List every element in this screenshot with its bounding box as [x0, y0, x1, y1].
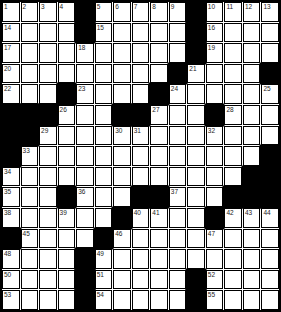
- clue-number: 51: [97, 271, 104, 279]
- white-square[interactable]: [39, 290, 57, 310]
- white-square[interactable]: [187, 187, 205, 207]
- white-square[interactable]: [187, 229, 205, 249]
- black-square: [2, 146, 20, 166]
- white-square[interactable]: [21, 249, 39, 269]
- white-square[interactable]: [39, 229, 57, 249]
- clue-number: 48: [4, 250, 11, 258]
- white-square[interactable]: [243, 229, 261, 249]
- white-square[interactable]: 34: [2, 167, 20, 187]
- clue-number: 24: [171, 85, 178, 93]
- clue-number: 16: [208, 24, 215, 32]
- white-square[interactable]: 19: [206, 43, 224, 63]
- white-square[interactable]: [132, 167, 150, 187]
- white-square[interactable]: [187, 249, 205, 269]
- white-square[interactable]: 23: [76, 84, 94, 104]
- white-square[interactable]: 9: [169, 2, 187, 22]
- white-square[interactable]: 15: [95, 23, 113, 43]
- clue-number: 49: [97, 250, 104, 258]
- clue-number: 19: [208, 44, 215, 52]
- white-square[interactable]: 22: [2, 84, 20, 104]
- white-square[interactable]: [224, 290, 242, 310]
- black-square: [261, 187, 279, 207]
- white-square[interactable]: [39, 270, 57, 290]
- white-square[interactable]: [206, 249, 224, 269]
- white-square[interactable]: [132, 249, 150, 269]
- white-square[interactable]: [132, 43, 150, 63]
- white-square[interactable]: [95, 84, 113, 104]
- white-square[interactable]: [261, 23, 279, 43]
- white-square[interactable]: [76, 208, 94, 228]
- clue-number: 23: [78, 85, 85, 93]
- black-square: [95, 229, 113, 249]
- clue-number: 8: [152, 3, 156, 11]
- white-square[interactable]: [206, 84, 224, 104]
- white-square[interactable]: [224, 249, 242, 269]
- white-square[interactable]: 31: [132, 126, 150, 146]
- clue-number: 31: [134, 127, 141, 135]
- white-square[interactable]: 25: [261, 84, 279, 104]
- white-square[interactable]: [132, 146, 150, 166]
- white-square[interactable]: [76, 229, 94, 249]
- clue-number: 27: [152, 106, 159, 114]
- white-square[interactable]: 20: [2, 64, 20, 84]
- clue-number: 35: [4, 188, 11, 196]
- white-square[interactable]: [58, 23, 76, 43]
- white-square[interactable]: [39, 64, 57, 84]
- white-square[interactable]: 32: [206, 126, 224, 146]
- white-square[interactable]: [95, 43, 113, 63]
- white-square[interactable]: 43: [243, 208, 261, 228]
- white-square[interactable]: 16: [206, 23, 224, 43]
- clue-number: 53: [4, 291, 11, 299]
- white-square[interactable]: [95, 126, 113, 146]
- white-square[interactable]: 11: [224, 2, 242, 22]
- white-square[interactable]: 30: [113, 126, 131, 146]
- white-square[interactable]: [76, 126, 94, 146]
- clue-number: 17: [4, 44, 11, 52]
- black-square: [76, 23, 94, 43]
- clue-number: 32: [208, 127, 215, 135]
- clue-number: 21: [189, 65, 196, 73]
- black-square: [261, 167, 279, 187]
- white-square[interactable]: [150, 43, 168, 63]
- clue-number: 38: [4, 209, 11, 217]
- black-square: [113, 105, 131, 125]
- white-square[interactable]: 21: [187, 64, 205, 84]
- clue-number: 34: [4, 168, 11, 176]
- white-square[interactable]: [113, 43, 131, 63]
- white-square[interactable]: [206, 64, 224, 84]
- white-square[interactable]: [169, 167, 187, 187]
- white-square[interactable]: [243, 249, 261, 269]
- black-square: [187, 43, 205, 63]
- black-square: [58, 84, 76, 104]
- white-square[interactable]: 52: [206, 270, 224, 290]
- clue-number: 18: [78, 44, 85, 52]
- white-square[interactable]: 4: [58, 2, 76, 22]
- black-square: [261, 146, 279, 166]
- clue-number: 46: [115, 230, 122, 238]
- white-square[interactable]: 17: [2, 43, 20, 63]
- white-square[interactable]: [224, 84, 242, 104]
- white-square[interactable]: [150, 64, 168, 84]
- white-square[interactable]: [39, 167, 57, 187]
- clue-number: 45: [23, 230, 30, 238]
- white-square[interactable]: 44: [261, 208, 279, 228]
- white-square[interactable]: [243, 43, 261, 63]
- black-square: [2, 105, 20, 125]
- black-square: [58, 187, 76, 207]
- black-square: [187, 270, 205, 290]
- white-square[interactable]: [132, 290, 150, 310]
- white-square[interactable]: [95, 105, 113, 125]
- black-square: [132, 187, 150, 207]
- white-square[interactable]: [243, 23, 261, 43]
- white-square[interactable]: [58, 126, 76, 146]
- black-square: [21, 126, 39, 146]
- white-square[interactable]: 37: [169, 187, 187, 207]
- clue-number: 11: [226, 3, 233, 11]
- white-square[interactable]: [113, 64, 131, 84]
- clue-number: 6: [115, 3, 119, 11]
- black-square: [113, 208, 131, 228]
- white-square[interactable]: [224, 64, 242, 84]
- white-square[interactable]: 1: [2, 2, 20, 22]
- white-square[interactable]: [132, 229, 150, 249]
- black-square: [76, 2, 94, 22]
- white-square[interactable]: 26: [58, 105, 76, 125]
- white-square[interactable]: [206, 167, 224, 187]
- white-square[interactable]: [39, 249, 57, 269]
- white-square[interactable]: [113, 249, 131, 269]
- white-square[interactable]: [150, 146, 168, 166]
- white-square[interactable]: 6: [113, 2, 131, 22]
- white-square[interactable]: [261, 229, 279, 249]
- black-square: [206, 105, 224, 125]
- black-square: [2, 126, 20, 146]
- black-square: [21, 105, 39, 125]
- clue-number: 5: [97, 3, 101, 11]
- white-square[interactable]: [169, 105, 187, 125]
- white-square[interactable]: [132, 23, 150, 43]
- white-square[interactable]: [21, 270, 39, 290]
- white-square[interactable]: [150, 290, 168, 310]
- black-square: [243, 167, 261, 187]
- white-square[interactable]: [58, 270, 76, 290]
- white-square[interactable]: 45: [21, 229, 39, 249]
- clue-number: 7: [134, 3, 138, 11]
- white-square[interactable]: [113, 23, 131, 43]
- clue-number: 47: [208, 230, 215, 238]
- black-square: [150, 84, 168, 104]
- white-square[interactable]: 41: [150, 208, 168, 228]
- clue-number: 37: [171, 188, 178, 196]
- white-square[interactable]: [169, 208, 187, 228]
- black-square: [224, 187, 242, 207]
- black-square: [187, 23, 205, 43]
- clue-number: 22: [4, 85, 11, 93]
- black-square: [150, 187, 168, 207]
- white-square[interactable]: [150, 229, 168, 249]
- white-square[interactable]: 50: [2, 270, 20, 290]
- clue-number: 33: [23, 147, 30, 155]
- white-square[interactable]: [243, 64, 261, 84]
- clue-number: 50: [4, 271, 11, 279]
- clue-number: 55: [208, 291, 215, 299]
- white-square[interactable]: [169, 249, 187, 269]
- white-square[interactable]: [150, 167, 168, 187]
- clue-number: 4: [60, 3, 64, 11]
- white-square[interactable]: [224, 167, 242, 187]
- white-square[interactable]: [224, 126, 242, 146]
- white-square[interactable]: [21, 23, 39, 43]
- white-square[interactable]: [243, 105, 261, 125]
- white-square[interactable]: [261, 43, 279, 63]
- clue-number: 29: [41, 127, 48, 135]
- white-square[interactable]: [113, 270, 131, 290]
- clue-number: 52: [208, 271, 215, 279]
- white-square[interactable]: [150, 270, 168, 290]
- white-square[interactable]: [224, 270, 242, 290]
- white-square[interactable]: [169, 270, 187, 290]
- white-square[interactable]: 40: [132, 208, 150, 228]
- white-square[interactable]: [150, 23, 168, 43]
- black-square: [187, 290, 205, 310]
- white-square[interactable]: [132, 64, 150, 84]
- clue-number: 15: [97, 24, 104, 32]
- clue-number: 40: [134, 209, 141, 217]
- clue-number: 20: [4, 65, 11, 73]
- white-square[interactable]: 35: [2, 187, 20, 207]
- clue-number: 44: [263, 209, 270, 217]
- white-square[interactable]: 18: [76, 43, 94, 63]
- white-square[interactable]: [21, 43, 39, 63]
- clue-number: 12: [245, 3, 252, 11]
- white-square[interactable]: [113, 187, 131, 207]
- clue-number: 41: [152, 209, 159, 217]
- white-square[interactable]: 47: [206, 229, 224, 249]
- white-square[interactable]: [95, 208, 113, 228]
- white-square[interactable]: 29: [39, 126, 57, 146]
- white-square[interactable]: 28: [224, 105, 242, 125]
- white-square[interactable]: 49: [95, 249, 113, 269]
- white-square[interactable]: [150, 126, 168, 146]
- white-square[interactable]: [169, 23, 187, 43]
- white-square[interactable]: [76, 146, 94, 166]
- white-square[interactable]: [39, 187, 57, 207]
- white-square[interactable]: [187, 126, 205, 146]
- white-square[interactable]: 48: [2, 249, 20, 269]
- white-square[interactable]: [58, 64, 76, 84]
- white-square[interactable]: [243, 84, 261, 104]
- white-square[interactable]: [187, 208, 205, 228]
- white-square[interactable]: [187, 105, 205, 125]
- white-square[interactable]: 55: [206, 290, 224, 310]
- clue-number: 2: [23, 3, 27, 11]
- white-square[interactable]: [39, 23, 57, 43]
- white-square[interactable]: 13: [261, 2, 279, 22]
- white-square[interactable]: [169, 290, 187, 310]
- white-square[interactable]: [95, 167, 113, 187]
- white-square[interactable]: [224, 43, 242, 63]
- black-square: [132, 105, 150, 125]
- white-square[interactable]: [169, 43, 187, 63]
- white-square[interactable]: [206, 146, 224, 166]
- white-square[interactable]: [113, 146, 131, 166]
- white-square[interactable]: 46: [113, 229, 131, 249]
- white-square[interactable]: [58, 146, 76, 166]
- white-square[interactable]: [132, 270, 150, 290]
- black-square: [261, 64, 279, 84]
- white-square[interactable]: 27: [150, 105, 168, 125]
- white-square[interactable]: 36: [76, 187, 94, 207]
- black-square: [76, 249, 94, 269]
- white-square[interactable]: [169, 229, 187, 249]
- white-square[interactable]: 53: [2, 290, 20, 310]
- white-square[interactable]: [21, 64, 39, 84]
- white-square[interactable]: [76, 105, 94, 125]
- clue-number: 28: [226, 106, 233, 114]
- white-square[interactable]: [58, 290, 76, 310]
- white-square[interactable]: [261, 249, 279, 269]
- white-square[interactable]: [39, 84, 57, 104]
- white-square[interactable]: 33: [21, 146, 39, 166]
- white-square[interactable]: 7: [132, 2, 150, 22]
- white-square[interactable]: [243, 146, 261, 166]
- clue-number: 42: [226, 209, 233, 217]
- white-square[interactable]: 10: [206, 2, 224, 22]
- white-square[interactable]: 3: [39, 2, 57, 22]
- white-square[interactable]: [206, 187, 224, 207]
- white-square[interactable]: 5: [95, 2, 113, 22]
- crossword-grid: 1234567891011121314151617181920212223242…: [0, 0, 281, 312]
- white-square[interactable]: [95, 64, 113, 84]
- clue-number: 9: [171, 3, 175, 11]
- clue-number: 54: [97, 291, 104, 299]
- clue-number: 43: [245, 209, 252, 217]
- white-square[interactable]: [261, 270, 279, 290]
- white-square[interactable]: 24: [169, 84, 187, 104]
- white-square[interactable]: [113, 290, 131, 310]
- white-square[interactable]: [21, 167, 39, 187]
- clue-number: 13: [263, 3, 270, 11]
- white-square[interactable]: 51: [95, 270, 113, 290]
- white-square[interactable]: [21, 187, 39, 207]
- white-square[interactable]: 2: [21, 2, 39, 22]
- clue-number: 30: [115, 127, 122, 135]
- white-square[interactable]: 42: [224, 208, 242, 228]
- black-square: [76, 290, 94, 310]
- white-square[interactable]: 8: [150, 2, 168, 22]
- black-square: [2, 229, 20, 249]
- white-square[interactable]: [39, 146, 57, 166]
- white-square[interactable]: [21, 290, 39, 310]
- white-square[interactable]: [187, 84, 205, 104]
- white-square[interactable]: [169, 126, 187, 146]
- white-square[interactable]: [261, 105, 279, 125]
- clue-number: 36: [78, 188, 85, 196]
- white-square[interactable]: [58, 167, 76, 187]
- white-square[interactable]: [113, 167, 131, 187]
- white-square[interactable]: [224, 23, 242, 43]
- white-square[interactable]: [243, 290, 261, 310]
- white-square[interactable]: 12: [243, 2, 261, 22]
- white-square[interactable]: [95, 187, 113, 207]
- white-square[interactable]: [76, 64, 94, 84]
- white-square[interactable]: [224, 146, 242, 166]
- black-square: [169, 64, 187, 84]
- white-square[interactable]: [150, 249, 168, 269]
- clue-number: 1: [4, 3, 8, 11]
- white-square[interactable]: 38: [2, 208, 20, 228]
- white-square[interactable]: 14: [2, 23, 20, 43]
- white-square[interactable]: [187, 167, 205, 187]
- white-square[interactable]: [187, 146, 205, 166]
- white-square[interactable]: [224, 229, 242, 249]
- white-square[interactable]: [243, 126, 261, 146]
- white-square[interactable]: [39, 43, 57, 63]
- black-square: [206, 208, 224, 228]
- white-square[interactable]: 39: [58, 208, 76, 228]
- black-square: [187, 2, 205, 22]
- white-square[interactable]: [21, 84, 39, 104]
- white-square[interactable]: 54: [95, 290, 113, 310]
- white-square[interactable]: [261, 126, 279, 146]
- white-square[interactable]: [132, 84, 150, 104]
- white-square[interactable]: [169, 146, 187, 166]
- black-square: [39, 105, 57, 125]
- white-square[interactable]: [95, 146, 113, 166]
- white-square[interactable]: [76, 167, 94, 187]
- white-square[interactable]: [21, 208, 39, 228]
- clue-number: 3: [41, 3, 45, 11]
- black-square: [76, 270, 94, 290]
- white-square[interactable]: [39, 208, 57, 228]
- clue-number: 26: [60, 106, 67, 114]
- clue-number: 25: [263, 85, 270, 93]
- white-square[interactable]: [58, 229, 76, 249]
- clue-number: 14: [4, 24, 11, 32]
- white-square[interactable]: [243, 270, 261, 290]
- clue-number: 39: [60, 209, 67, 217]
- white-square[interactable]: [58, 249, 76, 269]
- white-square[interactable]: [261, 290, 279, 310]
- white-square[interactable]: [58, 43, 76, 63]
- clue-number: 10: [208, 3, 215, 11]
- white-square[interactable]: [113, 84, 131, 104]
- black-square: [243, 187, 261, 207]
